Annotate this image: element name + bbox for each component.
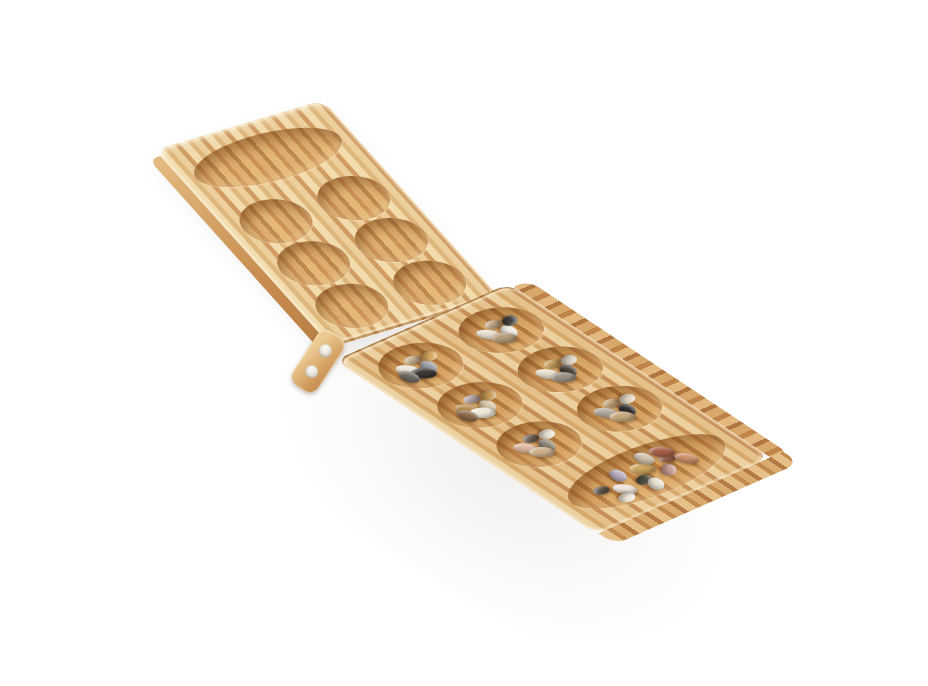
pebble [490,332,519,343]
pebble [628,463,657,474]
pebble [661,463,678,476]
hinge-pin-icon [302,363,320,381]
pebble [549,372,578,383]
pebble [527,446,556,457]
hinge-pin-icon [316,341,334,359]
pebble [606,468,630,483]
pit-far-left-3[interactable] [302,277,401,336]
pebble [645,477,666,491]
mancala-board-photo [0,0,928,686]
pebble [672,451,701,466]
pebble [590,484,613,496]
pebble [608,411,637,422]
